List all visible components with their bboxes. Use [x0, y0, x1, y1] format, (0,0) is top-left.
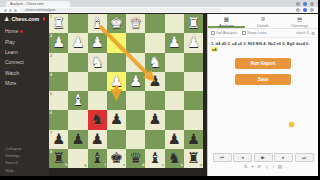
- rank-label: 2: [50, 34, 52, 38]
- square-b8[interactable]: ♞b: [165, 149, 184, 168]
- prev-move-button[interactable]: ◂: [233, 153, 252, 162]
- depth-label: depth 8: [296, 31, 309, 35]
- rank-label: 1: [50, 15, 52, 19]
- sidebar-footer-help[interactable]: Help: [0, 167, 49, 174]
- first-move-button[interactable]: ⏮: [213, 153, 232, 162]
- square-a2[interactable]: ♟: [184, 33, 203, 52]
- sidebar-footer: CollapseSettingsSearchHelp: [0, 145, 49, 175]
- file-label: b: [180, 163, 182, 167]
- square-a3[interactable]: [184, 53, 203, 72]
- tab-label: Details: [245, 23, 282, 28]
- square-e1[interactable]: ♚: [107, 14, 126, 33]
- square-d4[interactable]: ♟: [126, 72, 145, 91]
- move-list[interactable]: 1. d4 d5 2. c4 c6 3. Nf3 Nf6 4. Nc3 e6 5…: [208, 38, 318, 54]
- sidebar-item-label: Learn: [5, 49, 18, 55]
- square-g7[interactable]: ♟: [68, 130, 87, 149]
- square-e2[interactable]: [107, 33, 126, 52]
- gear-icon[interactable]: ⚙: [311, 31, 315, 36]
- white-pawn-e4[interactable]: ♟: [107, 72, 126, 91]
- white-pawn-d4[interactable]: ♟: [126, 72, 145, 91]
- sidebar-item-learn[interactable]: Learn: [0, 47, 49, 57]
- black-pawn-f7[interactable]: ♟: [88, 130, 107, 149]
- white-pawn-g2[interactable]: ♟: [68, 33, 87, 52]
- square-a7[interactable]: ♟: [184, 130, 203, 149]
- openings-icon: ⬒: [281, 16, 318, 22]
- file-label: h: [65, 163, 67, 167]
- square-a6[interactable]: [184, 110, 203, 129]
- white-pawn-b2[interactable]: ♟: [165, 33, 184, 52]
- square-d3[interactable]: [126, 53, 145, 72]
- square-e3[interactable]: [107, 53, 126, 72]
- square-d8[interactable]: ♛d: [126, 149, 145, 168]
- white-queen-d1[interactable]: ♛: [126, 14, 145, 33]
- screen: Analysis - Chess.com chess.com/analysis …: [0, 0, 320, 180]
- square-a4[interactable]: [184, 72, 203, 91]
- square-h3[interactable]: 3: [49, 53, 68, 72]
- square-b6[interactable]: [165, 110, 184, 129]
- next-move-button[interactable]: ▸: [274, 153, 293, 162]
- sidebar-item-watch[interactable]: Watch: [0, 68, 49, 78]
- square-d5[interactable]: [126, 91, 145, 110]
- file-label: c: [161, 163, 163, 167]
- chesscom-logo[interactable]: ♟ Chess.com: [0, 13, 49, 24]
- square-g2[interactable]: ♟: [68, 33, 87, 52]
- sidebar-footer-collapse[interactable]: Collapse: [0, 145, 49, 152]
- tab-label: Analysis: [208, 23, 245, 28]
- share-icon[interactable]: ‹: [273, 164, 275, 169]
- browser-tabstrip: Analysis - Chess.com: [0, 0, 318, 7]
- extension-puzzle-icon[interactable]: [296, 8, 300, 12]
- panel-options-row: Get Analysis Show Lines depth 8 ⚙: [208, 29, 318, 38]
- square-g3[interactable]: [68, 53, 87, 72]
- rank-label: 4: [50, 73, 52, 77]
- panel-tabs: ▦Analysis≣Details⬒Openings: [208, 14, 318, 29]
- sidebar-footer-settings[interactable]: Settings: [0, 152, 49, 159]
- avatar-icon[interactable]: [303, 2, 307, 6]
- checkbox-icon[interactable]: [242, 31, 246, 35]
- square-f2[interactable]: ♟: [88, 33, 107, 52]
- back-icon[interactable]: [4, 9, 7, 12]
- square-c3[interactable]: ♞: [145, 53, 164, 72]
- file-label: g: [84, 163, 86, 167]
- sidebar-item-label: More: [5, 80, 16, 86]
- rank-label: 6: [50, 111, 52, 115]
- sidebar-item-label: Connect: [5, 59, 24, 65]
- square-d6[interactable]: [126, 110, 145, 129]
- white-bishop-f1[interactable]: ♝: [88, 14, 107, 33]
- square-c2[interactable]: [145, 33, 164, 52]
- profile-avatar-icon[interactable]: [303, 8, 307, 12]
- square-c5[interactable]: [145, 91, 164, 110]
- reset-icon[interactable]: ⟳: [257, 164, 261, 169]
- pawn-icon: ♟: [4, 16, 9, 22]
- chess-board[interactable]: ♜1♝♚♛♜♟2♟♟♟♟3♞♞4♟♟♟5♝6♞♟♟♟7♟♟♟♟♜8hg♝f♚e♛…: [49, 14, 203, 168]
- square-f4[interactable]: [88, 72, 107, 91]
- flip-board-icon[interactable]: ⇅: [244, 164, 248, 169]
- white-rook-a1[interactable]: ♜: [184, 14, 203, 33]
- file-label: d: [142, 163, 144, 167]
- square-h8[interactable]: ♜8h: [49, 149, 68, 168]
- tab-details[interactable]: ≣Details: [245, 14, 282, 28]
- address-bar[interactable]: chess.com/analysis: [21, 8, 221, 13]
- analysis-icon: ▦: [208, 16, 245, 22]
- file-label: a: [200, 163, 202, 167]
- square-e8[interactable]: ♚e: [107, 149, 126, 168]
- square-h6[interactable]: 6: [49, 110, 68, 129]
- show-lines-checkbox[interactable]: Show Lines: [242, 31, 267, 35]
- moves-text[interactable]: 1. d4 d5 2. c4 c6 3. Nf3 Nf6 4. Nc3 e6 5…: [211, 41, 310, 46]
- logo-text: Chess.com: [11, 16, 39, 22]
- square-f8[interactable]: ♝f: [88, 149, 107, 168]
- square-h1[interactable]: ♜1: [49, 14, 68, 33]
- tab-label: Openings: [281, 23, 318, 28]
- square-a1[interactable]: ♜: [184, 14, 203, 33]
- file-label: f: [104, 163, 105, 167]
- white-knight-c3[interactable]: ♞: [145, 53, 164, 72]
- tab-openings[interactable]: ⬒Openings: [281, 14, 318, 28]
- square-g4[interactable]: [68, 72, 87, 91]
- square-d7[interactable]: [126, 130, 145, 149]
- sidebar-item-more[interactable]: More: [0, 78, 49, 88]
- sidebar-menu: HomePlayLearnConnectWatchMore: [0, 26, 49, 88]
- file-label: e: [123, 163, 125, 167]
- notification-badge: [43, 17, 45, 21]
- move-navigation: ⏮◂▶▸⏭ ⇅+⟳⭳‹▤: [208, 153, 318, 170]
- white-pawn-f2[interactable]: ♟: [88, 33, 107, 52]
- white-bishop-g5[interactable]: ♝: [68, 91, 87, 110]
- sidebar: ♟ Chess.com HomePlayLearnConnectWatchMor…: [0, 13, 49, 176]
- get-analysis-checkbox[interactable]: Get Analysis: [211, 31, 237, 35]
- rank-label: 7: [50, 131, 52, 135]
- square-a5[interactable]: [184, 91, 203, 110]
- square-e6[interactable]: ♟: [107, 110, 126, 129]
- square-f1[interactable]: ♝: [88, 14, 107, 33]
- sidebar-item-connect[interactable]: Connect: [0, 57, 49, 67]
- add-icon[interactable]: +: [251, 164, 254, 169]
- browser-window-controls[interactable]: [296, 2, 314, 6]
- square-h2[interactable]: ♟2: [49, 33, 68, 52]
- square-g1[interactable]: [68, 14, 87, 33]
- menu-icon[interactable]: [310, 2, 314, 6]
- hint-lightbulb-icon[interactable]: [289, 122, 294, 127]
- square-c7[interactable]: [145, 130, 164, 149]
- sidebar-item-label: Home: [5, 28, 18, 34]
- square-e7[interactable]: [107, 130, 126, 149]
- square-g8[interactable]: g: [68, 149, 87, 168]
- black-pawn-g7[interactable]: ♟: [68, 130, 87, 149]
- download-icon[interactable]: ⭳: [265, 164, 270, 169]
- square-f7[interactable]: ♟: [88, 130, 107, 149]
- rank-label: 5: [50, 92, 52, 96]
- sidebar-item-label: Play: [5, 39, 15, 45]
- alert-badge: [20, 30, 23, 33]
- square-h4[interactable]: 4: [49, 72, 68, 91]
- black-pawn-b7[interactable]: ♟: [165, 130, 184, 149]
- black-pawn-c6[interactable]: ♟: [145, 110, 164, 129]
- save-button[interactable]: Save: [235, 74, 291, 85]
- square-c1[interactable]: [145, 14, 164, 33]
- browser-nav-buttons[interactable]: [4, 9, 17, 12]
- black-pawn-e6[interactable]: ♟: [107, 110, 126, 129]
- square-b2[interactable]: ♟: [165, 33, 184, 52]
- square-f6[interactable]: ♞: [88, 110, 107, 129]
- play-button[interactable]: ▶: [254, 153, 273, 162]
- board-setup-icon[interactable]: ▤: [278, 164, 282, 169]
- square-g6[interactable]: [68, 110, 87, 129]
- square-d1[interactable]: ♛: [126, 14, 145, 33]
- white-knight-f3[interactable]: ♞: [88, 53, 107, 72]
- square-b1[interactable]: [165, 14, 184, 33]
- sidebar-item-play[interactable]: Play: [0, 36, 49, 46]
- current-move[interactable]: e4: [211, 47, 218, 52]
- square-g5[interactable]: ♝: [68, 91, 87, 110]
- square-c6[interactable]: ♟: [145, 110, 164, 129]
- white-pawn-a2[interactable]: ♟: [184, 33, 203, 52]
- run-report-button[interactable]: Run Report: [235, 58, 291, 69]
- square-h5[interactable]: 5: [49, 91, 68, 110]
- last-move-button[interactable]: ⏭: [295, 153, 314, 162]
- black-knight-f6[interactable]: ♞: [88, 110, 107, 129]
- extension-icon[interactable]: [296, 2, 300, 6]
- square-b3[interactable]: [165, 53, 184, 72]
- sidebar-item-home[interactable]: Home: [0, 26, 49, 36]
- square-b7[interactable]: ♟: [165, 130, 184, 149]
- square-c8[interactable]: ♝c: [145, 149, 164, 168]
- sidebar-item-label: Watch: [5, 70, 19, 76]
- square-e5[interactable]: [107, 91, 126, 110]
- square-b5[interactable]: [165, 91, 184, 110]
- white-king-e1[interactable]: ♚: [107, 14, 126, 33]
- details-icon: ≣: [245, 16, 282, 22]
- board-grid[interactable]: ♜1♝♚♛♜♟2♟♟♟♟3♞♞4♟♟♟5♝6♞♟♟♟7♟♟♟♟♜8hg♝f♚e♛…: [49, 14, 203, 168]
- square-d2[interactable]: [126, 33, 145, 52]
- black-pawn-a7[interactable]: ♟: [184, 130, 203, 149]
- square-c4[interactable]: ♟: [145, 72, 164, 91]
- square-h7[interactable]: ♟7: [49, 130, 68, 149]
- rank-label: 8: [50, 150, 52, 154]
- checkbox-icon[interactable]: [211, 31, 215, 35]
- square-f3[interactable]: ♞: [88, 53, 107, 72]
- square-f5[interactable]: [88, 91, 107, 110]
- browser-menu-icon[interactable]: [310, 8, 314, 12]
- reload-icon[interactable]: [14, 9, 17, 12]
- rank-label: 3: [50, 54, 52, 58]
- forward-icon[interactable]: [9, 9, 12, 12]
- square-e4[interactable]: ♟: [107, 72, 126, 91]
- black-pawn-c4[interactable]: ♟: [145, 72, 164, 91]
- sidebar-footer-search[interactable]: Search: [0, 159, 49, 166]
- app-background: ♟ Chess.com HomePlayLearnConnectWatchMor…: [0, 13, 318, 176]
- square-b4[interactable]: [165, 72, 184, 91]
- square-a8[interactable]: ♜a: [184, 149, 203, 168]
- analysis-panel: ▦Analysis≣Details⬒Openings Get Analysis …: [207, 14, 318, 176]
- tab-analysis[interactable]: ▦Analysis: [208, 14, 245, 28]
